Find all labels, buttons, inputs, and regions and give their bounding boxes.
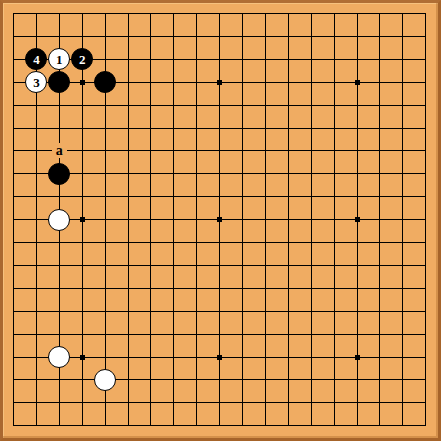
star-point [355,217,360,222]
move-number: 2 [79,53,86,66]
stone-white [48,209,70,231]
star-point [217,80,222,85]
star-point [355,80,360,85]
grid-line-vertical [425,13,426,426]
star-point [217,217,222,222]
grid-line-vertical [334,13,335,426]
grid-line-vertical [311,13,312,426]
grid-line-vertical [242,13,243,426]
grid-line-vertical [265,13,266,426]
stone-black [94,71,116,93]
grid-line-horizontal [13,402,426,403]
stone-white: 1 [48,48,70,70]
go-diagram: 4123a [0,0,441,441]
stone-black [48,163,70,185]
grid-line-horizontal [13,288,426,289]
grid-line-horizontal [13,265,426,266]
grid-line-vertical [379,13,380,426]
stone-black: 4 [25,48,47,70]
grid-line-horizontal [13,242,426,243]
move-number: 3 [33,76,40,89]
star-point [80,80,85,85]
stone-black: 2 [71,48,93,70]
go-board: 4123a [0,0,441,441]
grid-line-horizontal [13,425,426,426]
stone-white [48,346,70,368]
star-point [355,355,360,360]
star-point [80,355,85,360]
star-point [80,217,85,222]
grid-line-vertical [288,13,289,426]
grid-line-horizontal [13,334,426,335]
move-number: 4 [33,53,40,66]
star-point [217,355,222,360]
grid-line-vertical [402,13,403,426]
stone-black [48,71,70,93]
stone-white [94,369,116,391]
stone-white: 3 [25,71,47,93]
point-label: a [52,143,67,158]
grid-line-horizontal [13,311,426,312]
grid-line-horizontal [13,379,426,380]
move-number: 1 [56,53,63,66]
